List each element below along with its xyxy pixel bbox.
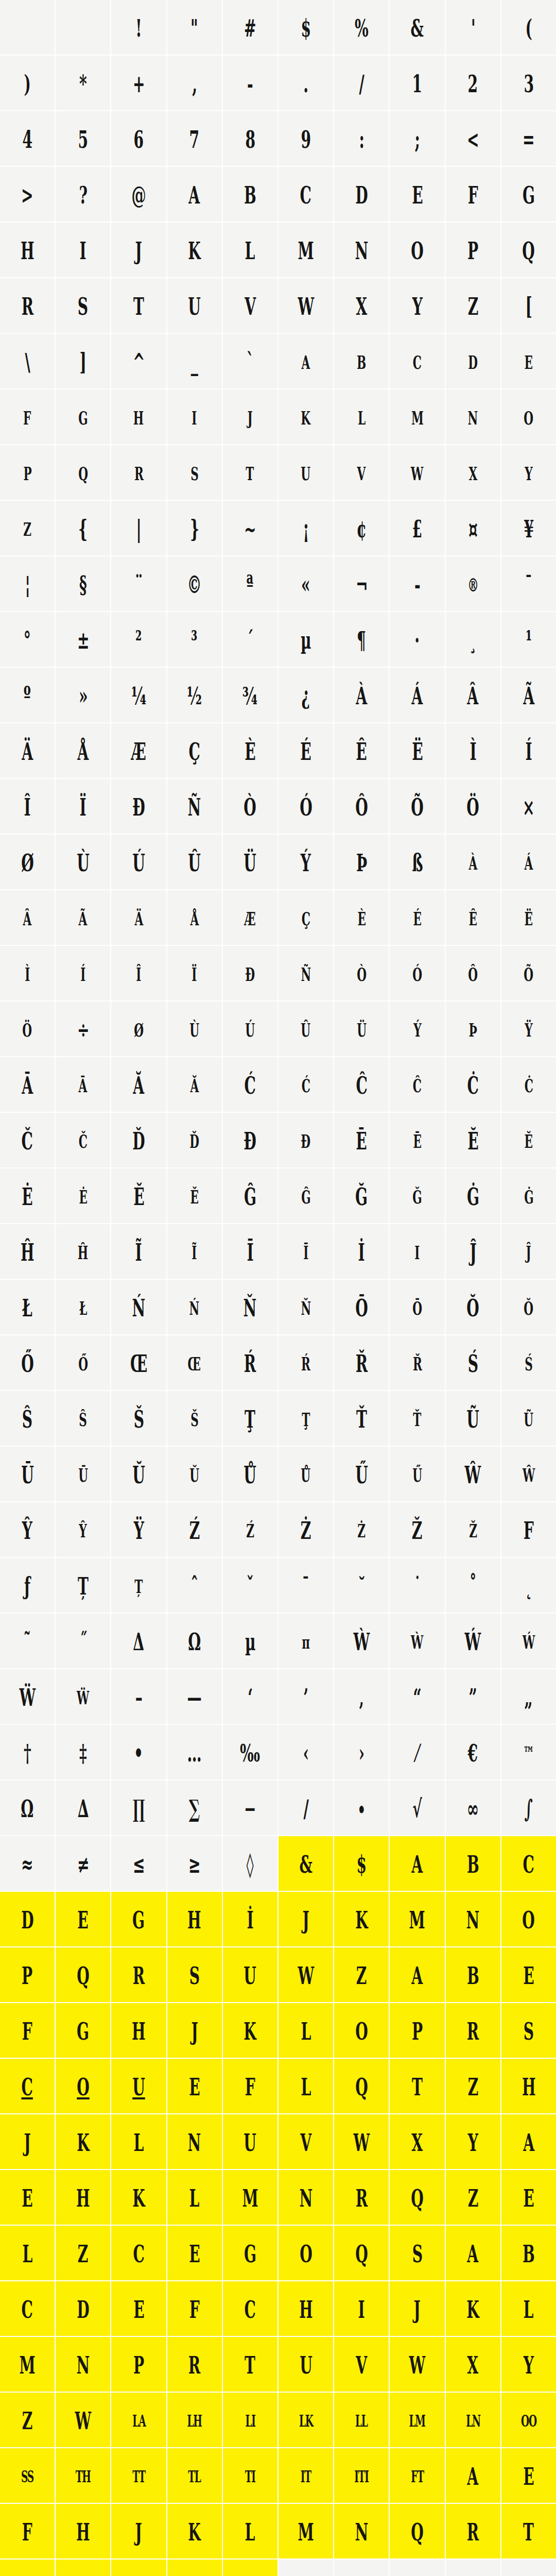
glyph-cell: Ÿ — [501, 1002, 556, 1056]
glyph-cell: 3 — [501, 56, 556, 110]
glyph-cell: Õ — [390, 779, 444, 834]
glyph-cell: I — [334, 2281, 389, 2336]
glyph-cell: È — [334, 890, 389, 945]
glyph: T — [412, 2059, 423, 2113]
glyph: H — [76, 2170, 90, 2225]
glyph-cell: ' — [446, 0, 500, 55]
glyph-cell: Õ — [501, 946, 556, 1001]
glyph-cell: Ẅ — [0, 1669, 55, 1724]
glyph: Ẁ — [353, 1614, 370, 1668]
glyph: ‡ — [79, 1725, 87, 1780]
glyph: M — [242, 2170, 258, 2225]
glyph: Ĵ — [470, 1224, 476, 1279]
glyph: FFL — [519, 2560, 538, 2576]
glyph-cell: Ć — [279, 1057, 333, 1112]
glyph: Ċ — [524, 1057, 533, 1112]
glyph: Ő — [21, 1335, 34, 1390]
glyph: U — [300, 2337, 312, 2392]
glyph-cell: LN — [446, 2393, 500, 2447]
glyph-cell: ¢ — [334, 501, 389, 555]
glyph-cell: Q — [390, 2504, 444, 2558]
glyph: Ĉ — [356, 1057, 367, 1112]
glyph: Ű — [412, 1447, 422, 1501]
glyph-cell: O — [390, 223, 444, 277]
glyph-cell: © — [167, 556, 222, 611]
glyph: F — [245, 2059, 255, 2113]
glyph: ¯ — [525, 556, 532, 611]
glyph: © — [187, 556, 202, 611]
glyph: Ŕ — [244, 1335, 256, 1390]
glyph-cell: Ŭ — [167, 1447, 222, 1501]
glyph-cell: E — [56, 1892, 110, 1946]
glyph-cell: Ű — [334, 1447, 389, 1501]
glyph-cell: Y — [390, 278, 444, 333]
glyph: ≤ — [133, 1836, 145, 1891]
glyph-cell: T — [111, 278, 166, 333]
glyph-cell: Ñ — [279, 946, 333, 1001]
glyph: Ð — [245, 946, 255, 1001]
glyph-cell: Ÿ — [111, 1502, 166, 1557]
glyph: R — [467, 2003, 479, 2058]
glyph: A — [523, 2114, 534, 2169]
glyph-cell: G — [223, 2226, 277, 2280]
glyph-cell: = — [501, 111, 556, 166]
glyph-cell: ˙ — [390, 1558, 444, 1613]
glyph: LA — [132, 2393, 145, 2447]
glyph-cell: E — [167, 2226, 222, 2280]
glyph: L — [245, 2504, 255, 2558]
glyph: Ĕ — [467, 1113, 478, 1167]
glyph-cell: — — [167, 1669, 222, 1724]
glyph: Ï — [80, 779, 86, 834]
glyph-cell: Ū — [0, 1447, 55, 1501]
glyph: Ĩ — [135, 1224, 142, 1279]
glyph: ” — [469, 1669, 477, 1724]
glyph-cell: Ã — [501, 668, 556, 722]
glyph-cell: 1 — [390, 56, 444, 110]
glyph: Á — [412, 668, 423, 722]
glyph-cell: Ď — [167, 1113, 222, 1167]
glyph: Z — [467, 2170, 478, 2225]
glyph-cell: . — [279, 56, 333, 110]
glyph-cell: ! — [111, 0, 166, 55]
glyph: 5 — [78, 111, 88, 166]
glyph-cell: S — [167, 1947, 222, 2002]
glyph: H — [133, 389, 144, 444]
glyph: V — [245, 278, 256, 333]
glyph: Ć — [301, 1057, 310, 1112]
glyph: H — [76, 2504, 90, 2558]
glyph-cell: ™ — [501, 1725, 556, 1780]
glyph-cell: Ń — [111, 1280, 166, 1334]
glyph-cell: O — [501, 389, 556, 444]
glyph: H — [299, 2281, 313, 2336]
glyph: T — [245, 2337, 255, 2392]
glyph-cell: Y — [501, 2337, 556, 2392]
glyph: R — [21, 278, 33, 333]
glyph: Ĝ — [244, 1168, 256, 1223]
glyph-cell: Q — [56, 1947, 110, 2002]
glyph-cell: W — [390, 2337, 444, 2392]
glyph: M — [298, 2504, 314, 2558]
glyph-cell: Ω — [0, 1781, 55, 1835]
glyph: C — [413, 334, 422, 388]
glyph: V — [357, 445, 366, 500]
glyph-cell: FFL — [501, 2560, 556, 2576]
glyph-cell: Æ — [223, 890, 277, 945]
glyph: Ê — [468, 890, 477, 945]
glyph-cell: Ẁ — [390, 1614, 444, 1668]
glyph-cell: Œ — [167, 1335, 222, 1390]
glyph: ° — [24, 612, 31, 667]
glyph-cell: H — [56, 2170, 110, 2225]
glyph: A — [467, 2226, 479, 2280]
glyph-cell: Ż — [334, 1502, 389, 1557]
glyph-cell: U — [167, 278, 222, 333]
glyph-cell: $ — [334, 1836, 389, 1891]
glyph-cell: Ō — [390, 1280, 444, 1334]
glyph: Ż — [357, 1502, 366, 1557]
glyph-cell: Ž — [446, 1502, 500, 1557]
glyph-cell: Ī — [279, 1224, 333, 1279]
glyph-cell: Ŝ — [0, 1391, 55, 1446]
glyph: M — [411, 389, 424, 444]
glyph: J — [135, 2504, 142, 2558]
glyph: Ŕ — [301, 1335, 310, 1390]
glyph: Ñ — [188, 779, 201, 834]
glyph: Ĕ — [525, 1113, 533, 1167]
glyph-cell: Ï — [167, 946, 222, 1001]
glyph-cell: D — [56, 2281, 110, 2336]
glyph: Ý — [301, 835, 311, 889]
glyph: G — [132, 1892, 145, 1946]
glyph-cell: È — [223, 723, 277, 778]
glyph: Ä — [134, 890, 143, 945]
glyph: Ď — [132, 1113, 145, 1167]
glyph-cell: U — [223, 2114, 277, 2169]
glyph-cell: Q — [390, 2170, 444, 2225]
glyph-cell: + — [111, 56, 166, 110]
glyph: Z — [78, 2226, 89, 2280]
glyph: Ŝ — [22, 1391, 32, 1446]
glyph-cell: ∙ — [334, 1781, 389, 1835]
glyph-cell: R — [446, 2504, 500, 2558]
glyph-cell: Ġ — [446, 1168, 500, 1223]
glyph: U — [244, 2114, 257, 2169]
glyph-cell: J — [111, 2504, 166, 2558]
glyph-cell: ¶ — [334, 612, 389, 667]
glyph: Ő — [78, 1335, 88, 1390]
glyph: P — [412, 2003, 423, 2058]
glyph-cell: I — [390, 1224, 444, 1279]
glyph-cell: TI — [223, 2448, 277, 2503]
glyph-cell: Ω — [167, 1614, 222, 1668]
glyph: Ĥ — [78, 1224, 88, 1279]
glyph: K — [132, 2170, 145, 2225]
glyph-cell: N — [167, 2114, 222, 2169]
glyph: Ě — [133, 1168, 144, 1223]
glyph: F — [524, 1502, 534, 1557]
glyph-cell: Ü — [223, 835, 277, 889]
glyph: N — [299, 2170, 312, 2225]
glyph-cell: R — [111, 445, 166, 500]
glyph-cell: Þ — [334, 835, 389, 889]
glyph-cell: * — [56, 56, 110, 110]
glyph-cell: ‡ — [56, 1725, 110, 1780]
glyph-cell: X — [446, 2337, 500, 2392]
glyph: S — [78, 278, 88, 333]
glyph: ` — [247, 334, 254, 388]
glyph-cell: ® — [446, 556, 500, 611]
glyph-cell: J — [390, 2281, 444, 2336]
glyph-cell: E — [501, 1947, 556, 2002]
glyph: ¥ — [524, 501, 534, 555]
glyph: Q — [411, 2504, 424, 2558]
glyph: M — [19, 2337, 35, 2392]
glyph: R — [133, 1947, 145, 2002]
glyph: Ś — [525, 1335, 533, 1390]
glyph: ! — [135, 0, 142, 55]
glyph-cell: R — [446, 2003, 500, 2058]
glyph: ¸ — [470, 612, 477, 667]
glyph: Ī — [303, 1224, 308, 1279]
glyph: U — [132, 2059, 145, 2113]
glyph: R — [188, 2337, 200, 2392]
glyph-cell: Ł — [56, 1280, 110, 1334]
glyph-cell: ≠ — [56, 1836, 110, 1891]
glyph-cell: L — [279, 2059, 333, 2113]
glyph: Δ — [133, 1614, 145, 1668]
glyph-cell: Ò — [223, 779, 277, 834]
glyph-cell: P — [111, 2337, 166, 2392]
glyph: Ä — [22, 723, 33, 778]
glyph-cell: Z — [446, 2170, 500, 2225]
glyph-cell: S — [167, 445, 222, 500]
glyph-cell: Ú — [223, 1002, 277, 1056]
glyph: √ — [412, 1781, 422, 1835]
glyph: ½ — [187, 668, 202, 722]
glyph: U — [21, 2560, 34, 2576]
glyph-cell: U — [279, 2337, 333, 2392]
glyph: ⁄ — [416, 1725, 419, 1780]
glyph-cell: Ì — [0, 946, 55, 1001]
glyph: L — [301, 2003, 311, 2058]
glyph-cell: Ẃ — [446, 1614, 500, 1668]
glyph-cell: Ś — [501, 1335, 556, 1390]
glyph-cell: Ġ — [501, 1168, 556, 1223]
glyph: & — [299, 1836, 312, 1891]
glyph-cell: ∕ — [279, 1781, 333, 1835]
glyph: Ω — [21, 1781, 34, 1835]
glyph-cell: R — [167, 2337, 222, 2392]
glyph-cell: G — [56, 389, 110, 444]
glyph-cell: Ű — [390, 1447, 444, 1501]
glyph-cell: ¹ — [501, 612, 556, 667]
glyph: ¤ — [468, 501, 478, 555]
glyph-cell: Ŵ — [501, 1447, 556, 1501]
glyph-cell: } — [167, 501, 222, 555]
glyph: ´ — [247, 612, 254, 667]
glyph: | — [136, 501, 141, 555]
glyph-cell: Ý — [279, 835, 333, 889]
glyph-cell: M — [390, 1892, 444, 1946]
glyph-cell: Ŝ — [56, 1391, 110, 1446]
glyph-cell: E — [390, 167, 444, 222]
glyph: Î — [136, 946, 141, 1001]
glyph-cell: ¨ — [111, 556, 166, 611]
glyph: O — [77, 2059, 90, 2113]
glyph-cell: { — [56, 501, 110, 555]
glyph-cell: C — [390, 334, 444, 388]
glyph: Ĩ — [192, 1224, 197, 1279]
glyph: X — [467, 2337, 479, 2392]
glyph-cell: ∞ — [446, 1781, 500, 1835]
glyph-cell: Ŕ — [279, 1335, 333, 1390]
glyph: Ĝ — [301, 1168, 310, 1223]
glyph-cell: ( — [501, 0, 556, 55]
glyph-cell: V — [223, 278, 277, 333]
glyph-cell: O — [56, 2059, 110, 2113]
glyph-cell: T — [390, 2059, 444, 2113]
glyph: O — [300, 2226, 312, 2280]
glyph-cell: X — [334, 278, 389, 333]
glyph: ˘ — [358, 1558, 365, 1613]
glyph: H — [522, 2059, 536, 2113]
glyph-cell: Ž — [390, 1502, 444, 1557]
glyph-cell: ˆ — [167, 1558, 222, 1613]
glyph: Ö — [466, 779, 479, 834]
glyph: Ō — [412, 1280, 422, 1334]
glyph-cell: B — [501, 2226, 556, 2280]
glyph-cell: Í — [501, 723, 556, 778]
glyph-cell: J — [0, 2114, 55, 2169]
glyph: Q — [523, 223, 535, 277]
glyph-cell: D — [0, 1892, 55, 1946]
glyph: V — [300, 2114, 311, 2169]
glyph: LK — [299, 2393, 313, 2447]
glyph: Ă — [190, 1057, 199, 1112]
glyph: ˆ — [191, 1558, 198, 1613]
glyph-cell: H — [501, 2059, 556, 2113]
glyph-cell: Đ — [223, 1113, 277, 1167]
glyph-cell: Ĥ — [0, 1224, 55, 1279]
glyph: N — [76, 2337, 90, 2392]
glyph-cell: ¿ — [279, 668, 333, 722]
glyph-cell: U — [279, 445, 333, 500]
glyph: T — [246, 445, 254, 500]
glyph-cell: Ń — [167, 1280, 222, 1334]
glyph: K — [355, 1892, 368, 1946]
glyph-cell: µ — [223, 1614, 277, 1668]
glyph-cell: I — [167, 389, 222, 444]
glyph: F — [189, 2281, 200, 2336]
glyph-cell: Ĉ — [334, 1057, 389, 1112]
glyph: E — [133, 2281, 144, 2336]
glyph-cell: Ā — [56, 1057, 110, 1112]
glyph-cell: ? — [56, 167, 110, 222]
glyph: Ù — [189, 1002, 199, 1056]
glyph: J — [414, 2281, 421, 2336]
glyph: M — [409, 1892, 425, 1946]
glyph: Ń — [189, 1280, 200, 1334]
glyph-cell: Ő — [56, 1335, 110, 1390]
glyph-cell: F — [0, 2003, 55, 2058]
glyph: { — [78, 501, 88, 555]
glyph: IT — [301, 2448, 311, 2503]
glyph: 9 — [301, 111, 311, 166]
glyph: Ẃ — [523, 1614, 535, 1668]
glyph: Ĉ — [413, 1057, 422, 1112]
glyph-cell: M — [223, 2170, 277, 2225]
glyph-cell: Ĵ — [446, 1224, 500, 1279]
glyph: Ù — [77, 835, 90, 889]
glyph-cell: Y — [446, 2114, 500, 2169]
glyph-cell: Â — [0, 890, 55, 945]
glyph: 7 — [189, 111, 200, 166]
glyph: FL — [411, 2560, 424, 2576]
glyph-cell: ˝ — [56, 1614, 110, 1668]
glyph-cell: 8 — [223, 111, 277, 166]
glyph: Ź — [189, 1502, 200, 1557]
glyph-cell: ˘ — [334, 1558, 389, 1613]
glyph-cell: Ī — [223, 1224, 277, 1279]
glyph-cell: _ — [167, 334, 222, 388]
glyph-cell: ˜ — [0, 1614, 55, 1668]
glyph-cell: ´ — [223, 612, 277, 667]
glyph-cell: ≈ — [0, 1836, 55, 1891]
glyph-cell: V — [56, 2560, 110, 2576]
glyph: Ğ — [355, 1168, 368, 1223]
glyph-cell: M — [0, 2337, 55, 2392]
glyph: J — [24, 2114, 30, 2169]
glyph-cell: V — [334, 2337, 389, 2392]
glyph: W — [131, 2560, 147, 2576]
glyph-cell: " — [167, 0, 222, 55]
glyph-cell: Ț — [111, 1558, 166, 1613]
glyph-cell: 9 — [279, 111, 333, 166]
glyph-cell: Ċ — [446, 1057, 500, 1112]
glyph: SS — [21, 2448, 33, 2503]
glyph-cell: Ë — [501, 890, 556, 945]
glyph: ≥ — [188, 1836, 201, 1891]
glyph: ¦ — [25, 556, 30, 611]
glyph: Ğ — [412, 1168, 422, 1223]
glyph-cell: ~ — [223, 501, 277, 555]
glyph: OO — [521, 2393, 536, 2447]
glyph: § — [79, 556, 87, 611]
glyph-cell: Ð — [111, 779, 166, 834]
glyph: } — [190, 501, 199, 555]
glyph: P — [23, 445, 31, 500]
glyph-cell: H — [0, 223, 55, 277]
glyph: U — [188, 278, 201, 333]
glyph-cell: É — [279, 723, 333, 778]
glyph: Z — [23, 501, 31, 555]
glyph-cell: º — [0, 668, 55, 722]
glyph: ˜ — [24, 1614, 31, 1668]
glyph-cell: A — [390, 1836, 444, 1891]
glyph: ¢ — [356, 501, 367, 555]
glyph-cell: Ĩ — [111, 1224, 166, 1279]
glyph-cell: Z — [56, 2226, 110, 2280]
glyph-cell: İ — [223, 1892, 277, 1946]
glyph-cell: Å — [167, 890, 222, 945]
glyph: É — [300, 723, 311, 778]
glyph-cell: A — [279, 334, 333, 388]
glyph: ‚ — [359, 1669, 364, 1724]
glyph: ˝ — [79, 1614, 86, 1668]
glyph-cell: T — [223, 2337, 277, 2392]
